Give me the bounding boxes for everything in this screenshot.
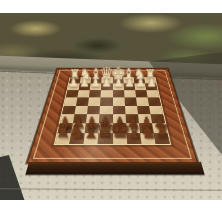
board-square <box>137 106 151 114</box>
board-square <box>101 90 113 97</box>
board-square <box>77 90 90 97</box>
board-square <box>124 98 137 106</box>
board-square: ♞ <box>140 133 156 144</box>
board-square <box>125 106 138 114</box>
board-square <box>113 98 125 106</box>
board-square: ♟ <box>123 84 135 91</box>
piece-white-pawn: ♟ <box>90 76 101 88</box>
board-square: ♟ <box>79 84 91 91</box>
board-square <box>148 98 161 106</box>
board-square: ♟ <box>101 84 112 91</box>
piece-white-pawn: ♟ <box>102 76 113 88</box>
board-square <box>113 90 125 97</box>
board-square <box>146 90 159 97</box>
board-square <box>76 98 89 106</box>
board-square: ♟ <box>90 84 102 91</box>
piece-white-pawn: ♟ <box>113 76 124 88</box>
board-square: ♜ <box>154 133 170 144</box>
chess-board: ♜♞♝♛♚♝♞♜♟♟♟♟♟♟♟♟♟♟♟♟♟♟♟♟♜♞♝♛♚♝♞♜ <box>26 68 198 163</box>
board-square <box>149 106 163 114</box>
board-square <box>124 90 136 97</box>
piece-white-pawn: ♟ <box>68 76 79 88</box>
piece-white-pawn: ♟ <box>124 76 135 88</box>
chess-photo-scene: ♜♞♝♛♚♝♞♜♟♟♟♟♟♟♟♟♟♟♟♟♟♟♟♟♜♞♝♛♚♝♞♜ <box>0 0 222 222</box>
board-square <box>75 106 89 114</box>
board-square <box>113 106 126 114</box>
piece-white-pawn: ♟ <box>79 76 90 88</box>
piece-black-rook: ♜ <box>154 123 170 141</box>
board-square <box>87 106 100 114</box>
board-square <box>89 90 101 97</box>
board-square <box>100 106 113 114</box>
board-square: ♟ <box>145 84 157 91</box>
piece-white-pawn: ♟ <box>135 76 146 88</box>
board-square <box>100 98 112 106</box>
piece-white-pawn: ♟ <box>146 76 157 88</box>
board-square: ♟ <box>134 84 146 91</box>
board-square: ♟ <box>67 84 79 91</box>
board-squares-grid: ♜♞♝♛♚♝♞♜♟♟♟♟♟♟♟♟♟♟♟♟♟♟♟♟♜♞♝♛♚♝♞♜ <box>54 77 172 145</box>
board-square: ♟ <box>113 84 124 91</box>
photo-area: ♜♞♝♛♚♝♞♜♟♟♟♟♟♟♟♟♟♟♟♟♟♟♟♟♜♞♝♛♚♝♞♜ <box>0 13 222 200</box>
board-square <box>88 98 101 106</box>
